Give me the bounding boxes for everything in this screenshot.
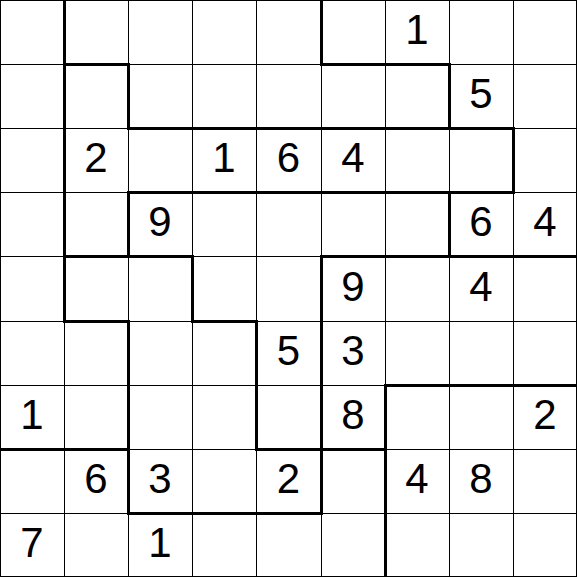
cell-r3c9[interactable] bbox=[513, 128, 577, 192]
region-border bbox=[127, 384, 130, 451]
cell-r6c3[interactable] bbox=[128, 321, 192, 385]
cell-r8c3: 3 bbox=[128, 449, 192, 513]
cell-r7c7[interactable] bbox=[385, 385, 449, 449]
cell-r9c3: 1 bbox=[128, 513, 192, 577]
cell-r3c1[interactable] bbox=[0, 128, 64, 192]
cell-r6c8[interactable] bbox=[449, 321, 513, 385]
cell-r8c5: 2 bbox=[256, 449, 321, 513]
cell-r3c7[interactable] bbox=[385, 128, 449, 192]
region-border bbox=[63, 191, 66, 258]
cell-r5c1[interactable] bbox=[0, 256, 64, 321]
cell-r6c9[interactable] bbox=[513, 321, 577, 385]
cell-r9c7[interactable] bbox=[385, 513, 449, 577]
cell-r3c4: 1 bbox=[192, 128, 256, 192]
cell-r4c7[interactable] bbox=[385, 192, 449, 256]
region-border bbox=[384, 127, 451, 130]
cell-r1c3[interactable] bbox=[128, 0, 192, 64]
region-border bbox=[448, 255, 515, 258]
region-border bbox=[63, 63, 66, 130]
cell-r1c5[interactable] bbox=[256, 0, 321, 64]
region-border bbox=[0, 448, 66, 451]
cell-r8c6[interactable] bbox=[321, 449, 385, 513]
cell-r7c1: 1 bbox=[0, 385, 64, 449]
region-border bbox=[448, 191, 451, 258]
cell-r7c5[interactable] bbox=[256, 385, 321, 449]
cell-r5c2[interactable] bbox=[64, 256, 128, 321]
cell-r8c7: 4 bbox=[385, 449, 449, 513]
cell-r7c9: 2 bbox=[513, 385, 577, 449]
cell-r4c9: 4 bbox=[513, 192, 577, 256]
cell-r2c5[interactable] bbox=[256, 64, 321, 128]
cell-r5c7[interactable] bbox=[385, 256, 449, 321]
region-border bbox=[127, 191, 130, 258]
region-border bbox=[127, 320, 130, 387]
cell-r6c5: 5 bbox=[256, 321, 321, 385]
cell-r2c9[interactable] bbox=[513, 64, 577, 128]
region-border bbox=[255, 320, 258, 387]
cell-r5c9[interactable] bbox=[513, 256, 577, 321]
grid-line bbox=[513, 0, 514, 577]
cell-r4c6[interactable] bbox=[321, 192, 385, 256]
cell-r8c1[interactable] bbox=[0, 449, 64, 513]
region-border bbox=[255, 384, 258, 451]
region-border bbox=[63, 448, 130, 451]
cell-r5c4[interactable] bbox=[192, 256, 256, 321]
cell-r6c4[interactable] bbox=[192, 321, 256, 385]
cell-r4c4[interactable] bbox=[192, 192, 256, 256]
region-border bbox=[448, 63, 451, 130]
cell-r1c2[interactable] bbox=[64, 0, 128, 64]
cell-r6c7[interactable] bbox=[385, 321, 449, 385]
region-border bbox=[320, 0, 323, 66]
cell-r4c2[interactable] bbox=[64, 192, 128, 256]
region-border bbox=[320, 320, 323, 387]
region-border bbox=[384, 63, 451, 66]
cell-r2c6[interactable] bbox=[321, 64, 385, 128]
cell-r6c2[interactable] bbox=[64, 321, 128, 385]
cell-r1c7: 1 bbox=[385, 0, 449, 64]
region-border bbox=[63, 127, 66, 194]
cell-r1c8[interactable] bbox=[449, 0, 513, 64]
region-border bbox=[63, 0, 66, 66]
cell-r9c1: 7 bbox=[0, 513, 64, 577]
cell-r2c4[interactable] bbox=[192, 64, 256, 128]
cell-r4c3: 9 bbox=[128, 192, 192, 256]
region-border bbox=[255, 191, 323, 194]
cell-r7c6: 8 bbox=[321, 385, 385, 449]
region-border bbox=[448, 191, 515, 194]
region-border bbox=[320, 255, 323, 323]
grid-line bbox=[0, 0, 577, 1]
cell-r1c6[interactable] bbox=[321, 0, 385, 64]
region-border bbox=[384, 191, 451, 194]
region-border bbox=[320, 191, 387, 194]
cell-r9c5[interactable] bbox=[256, 513, 321, 577]
cell-r4c8: 6 bbox=[449, 192, 513, 256]
region-border bbox=[384, 255, 451, 258]
cell-r2c2[interactable] bbox=[64, 64, 128, 128]
region-border bbox=[512, 384, 577, 387]
region-border bbox=[255, 448, 323, 451]
cell-r5c8: 4 bbox=[449, 256, 513, 321]
cell-r9c6[interactable] bbox=[321, 513, 385, 577]
cell-r2c7[interactable] bbox=[385, 64, 449, 128]
cell-r9c9[interactable] bbox=[513, 513, 577, 577]
region-border bbox=[63, 255, 130, 258]
region-border bbox=[127, 127, 194, 130]
region-border bbox=[191, 512, 258, 515]
cell-r1c4[interactable] bbox=[192, 0, 256, 64]
region-border bbox=[255, 512, 323, 515]
cell-r7c3[interactable] bbox=[128, 385, 192, 449]
cell-r1c1[interactable] bbox=[0, 0, 64, 64]
region-border bbox=[384, 512, 387, 577]
region-border bbox=[320, 448, 387, 451]
region-border bbox=[320, 63, 387, 66]
region-border bbox=[320, 127, 387, 130]
cell-r2c8: 5 bbox=[449, 64, 513, 128]
region-border bbox=[191, 320, 258, 323]
region-border bbox=[384, 384, 451, 387]
region-border bbox=[191, 127, 258, 130]
cell-r8c8: 8 bbox=[449, 449, 513, 513]
cell-r9c2[interactable] bbox=[64, 513, 128, 577]
region-border bbox=[127, 63, 130, 130]
region-border bbox=[127, 255, 194, 258]
region-border bbox=[512, 127, 515, 194]
region-border bbox=[448, 127, 515, 130]
cell-r4c5[interactable] bbox=[256, 192, 321, 256]
region-border bbox=[63, 320, 130, 323]
puzzle-root: 15216496494531826324871 bbox=[0, 0, 577, 577]
cell-r5c5[interactable] bbox=[256, 256, 321, 321]
region-border bbox=[320, 448, 323, 515]
region-border bbox=[320, 255, 387, 258]
cell-r9c8[interactable] bbox=[449, 513, 513, 577]
cell-r3c8[interactable] bbox=[449, 128, 513, 192]
cell-r8c4[interactable] bbox=[192, 449, 256, 513]
cell-r2c3[interactable] bbox=[128, 64, 192, 128]
cell-r3c6: 4 bbox=[321, 128, 385, 192]
cell-r3c5: 6 bbox=[256, 128, 321, 192]
region-border bbox=[384, 448, 387, 515]
region-border bbox=[63, 255, 66, 323]
cell-r2c1[interactable] bbox=[0, 64, 64, 128]
cell-r3c2: 2 bbox=[64, 128, 128, 192]
cell-r5c3[interactable] bbox=[128, 256, 192, 321]
region-border bbox=[127, 448, 130, 515]
cell-r7c4[interactable] bbox=[192, 385, 256, 449]
cell-r4c1[interactable] bbox=[0, 192, 64, 256]
cell-r3c3[interactable] bbox=[128, 128, 192, 192]
cell-r9c4[interactable] bbox=[192, 513, 256, 577]
cell-r6c1[interactable] bbox=[0, 321, 64, 385]
region-border bbox=[448, 384, 515, 387]
cell-r7c2[interactable] bbox=[64, 385, 128, 449]
cell-r6c6: 3 bbox=[321, 321, 385, 385]
cell-r1c9[interactable] bbox=[513, 0, 577, 64]
region-border bbox=[127, 191, 194, 194]
region-border bbox=[384, 384, 387, 451]
region-border bbox=[255, 127, 323, 130]
region-border bbox=[191, 191, 258, 194]
region-border bbox=[191, 255, 194, 323]
sudoku-board: 15216496494531826324871 bbox=[0, 0, 577, 577]
cell-r8c9[interactable] bbox=[513, 449, 577, 513]
cell-r5c6: 9 bbox=[321, 256, 385, 321]
grid-line bbox=[0, 0, 1, 577]
cell-r7c8[interactable] bbox=[449, 385, 513, 449]
region-border bbox=[512, 255, 577, 258]
cell-r8c2: 6 bbox=[64, 449, 128, 513]
region-border bbox=[320, 384, 323, 451]
region-border bbox=[63, 63, 130, 66]
region-border bbox=[127, 512, 194, 515]
grid-line bbox=[256, 0, 257, 577]
